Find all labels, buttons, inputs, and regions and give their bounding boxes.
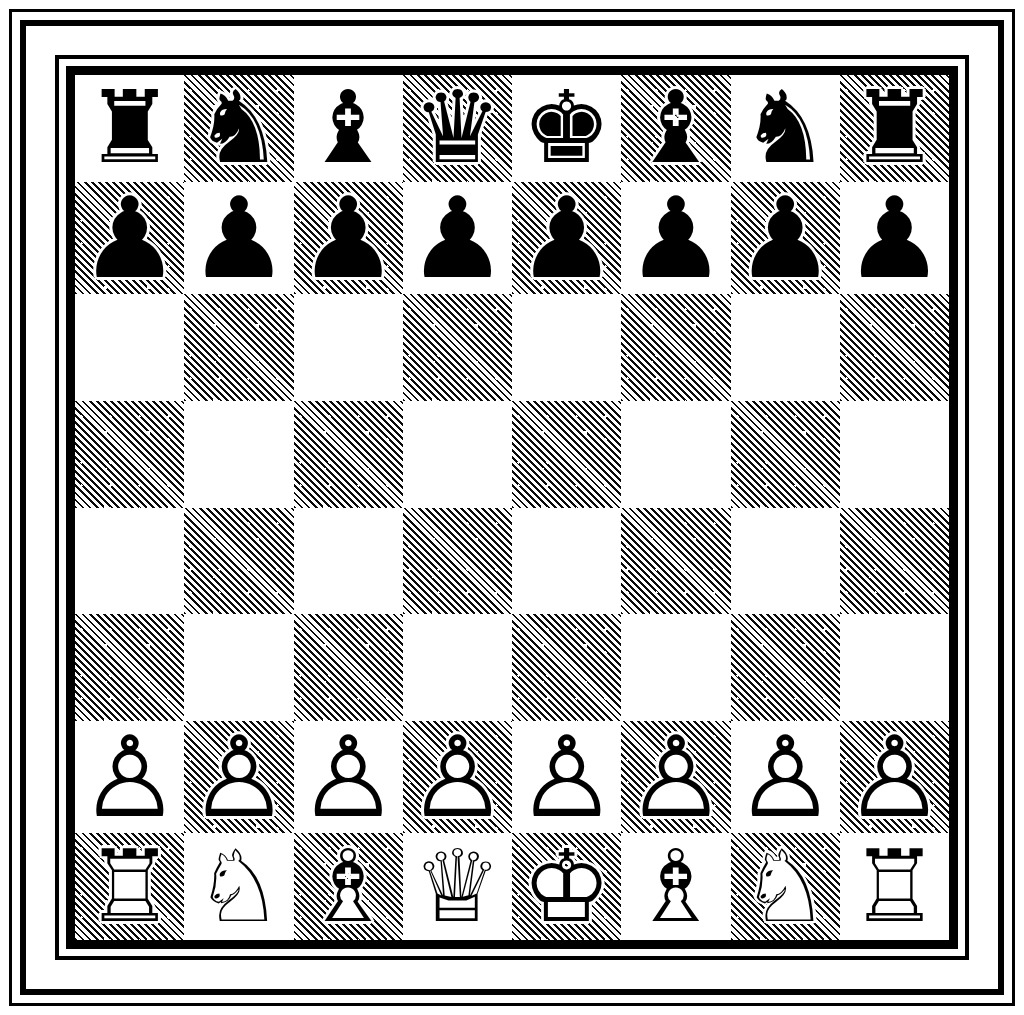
- square-h6[interactable]: [840, 294, 949, 401]
- piece-black-pawn: ♟: [75, 182, 184, 294]
- engraving-canvas: ♜♞♝♛♚♝♞♜♟♟♟♟♟♟♟♟♟♙♟♙♟♙♟♙♟♙♟♙♟♙♟♙♜♖♞♘♝♗♛♕…: [0, 0, 1024, 1015]
- piece-glyph: ♟: [626, 182, 726, 294]
- square-f4[interactable]: [621, 508, 730, 615]
- square-c4[interactable]: [294, 508, 403, 615]
- square-h7[interactable]: ♟: [840, 182, 949, 294]
- chess-board: ♜♞♝♛♚♝♞♜♟♟♟♟♟♟♟♟♟♙♟♙♟♙♟♙♟♙♟♙♟♙♟♙♜♖♞♘♝♗♛♕…: [75, 75, 949, 940]
- piece-white-pawn: ♟♙: [512, 721, 621, 833]
- piece-white-pawn: ♟♙: [75, 721, 184, 833]
- square-a4[interactable]: [75, 508, 184, 615]
- piece-white-queen: ♛♕: [403, 833, 512, 940]
- piece-white-pawn: ♟♙: [731, 721, 840, 833]
- piece-black-knight: ♞: [731, 75, 840, 182]
- square-b6[interactable]: [184, 294, 293, 401]
- piece-glyph: ♜: [85, 78, 175, 178]
- piece-glyph: ♕: [413, 837, 503, 937]
- square-c2[interactable]: ♟♙: [294, 721, 403, 833]
- square-a2[interactable]: ♟♙: [75, 721, 184, 833]
- square-e5[interactable]: [512, 401, 621, 508]
- square-a7[interactable]: ♟: [75, 182, 184, 294]
- square-f3[interactable]: [621, 614, 730, 721]
- piece-glyph: ♖: [85, 837, 175, 937]
- piece-white-rook: ♜♖: [840, 833, 949, 940]
- piece-black-pawn: ♟: [731, 182, 840, 294]
- piece-glyph: ♟: [407, 182, 507, 294]
- piece-glyph: ♚: [522, 78, 612, 178]
- piece-white-rook: ♜♖: [75, 833, 184, 940]
- piece-glyph: ♝: [631, 78, 721, 178]
- board-frame: ♜♞♝♛♚♝♞♜♟♟♟♟♟♟♟♟♟♙♟♙♟♙♟♙♟♙♟♙♟♙♟♙♜♖♞♘♝♗♛♕…: [66, 66, 958, 949]
- square-a8[interactable]: ♜: [75, 75, 184, 182]
- piece-glyph: ♘: [194, 837, 284, 937]
- piece-glyph: ♞: [194, 78, 284, 178]
- square-a1[interactable]: ♜♖: [75, 833, 184, 940]
- square-d7[interactable]: ♟: [403, 182, 512, 294]
- square-g6[interactable]: [731, 294, 840, 401]
- square-e6[interactable]: [512, 294, 621, 401]
- piece-glyph: ♜: [850, 78, 940, 178]
- piece-glyph: ♙: [298, 721, 398, 833]
- piece-glyph: ♙: [407, 721, 507, 833]
- piece-glyph: ♙: [79, 721, 179, 833]
- square-g4[interactable]: [731, 508, 840, 615]
- square-g2[interactable]: ♟♙: [731, 721, 840, 833]
- piece-black-queen: ♛: [403, 75, 512, 182]
- piece-glyph: ♟: [735, 182, 835, 294]
- piece-black-pawn: ♟: [403, 182, 512, 294]
- square-a5[interactable]: [75, 401, 184, 508]
- square-d6[interactable]: [403, 294, 512, 401]
- square-c3[interactable]: [294, 614, 403, 721]
- square-f5[interactable]: [621, 401, 730, 508]
- piece-black-knight: ♞: [184, 75, 293, 182]
- piece-glyph: ♟: [844, 182, 944, 294]
- square-f8[interactable]: ♝: [621, 75, 730, 182]
- piece-white-pawn: ♟♙: [840, 721, 949, 833]
- piece-black-rook: ♜: [840, 75, 949, 182]
- square-f2[interactable]: ♟♙: [621, 721, 730, 833]
- piece-black-pawn: ♟: [621, 182, 730, 294]
- square-d3[interactable]: [403, 614, 512, 721]
- piece-white-pawn: ♟♙: [184, 721, 293, 833]
- square-c6[interactable]: [294, 294, 403, 401]
- square-d8[interactable]: ♛: [403, 75, 512, 182]
- piece-black-pawn: ♟: [512, 182, 621, 294]
- piece-white-pawn: ♟♙: [403, 721, 512, 833]
- square-f6[interactable]: [621, 294, 730, 401]
- piece-glyph: ♙: [735, 721, 835, 833]
- piece-glyph: ♙: [516, 721, 616, 833]
- square-c8[interactable]: ♝: [294, 75, 403, 182]
- square-c7[interactable]: ♟: [294, 182, 403, 294]
- piece-glyph: ♙: [844, 721, 944, 833]
- square-b1[interactable]: ♞♘: [184, 833, 293, 940]
- square-a3[interactable]: [75, 614, 184, 721]
- square-d1[interactable]: ♛♕: [403, 833, 512, 940]
- piece-black-pawn: ♟: [840, 182, 949, 294]
- square-h3[interactable]: [840, 614, 949, 721]
- piece-glyph: ♙: [189, 721, 289, 833]
- square-c1[interactable]: ♝♗: [294, 833, 403, 940]
- piece-glyph: ♔: [522, 837, 612, 937]
- piece-glyph: ♖: [850, 837, 940, 937]
- piece-glyph: ♗: [303, 837, 393, 937]
- piece-black-pawn: ♟: [184, 182, 293, 294]
- square-e7[interactable]: ♟: [512, 182, 621, 294]
- square-a6[interactable]: [75, 294, 184, 401]
- piece-white-knight: ♞♘: [731, 833, 840, 940]
- square-e2[interactable]: ♟♙: [512, 721, 621, 833]
- square-b5[interactable]: [184, 401, 293, 508]
- square-h4[interactable]: [840, 508, 949, 615]
- piece-glyph: ♟: [189, 182, 289, 294]
- square-g7[interactable]: ♟: [731, 182, 840, 294]
- square-d5[interactable]: [403, 401, 512, 508]
- square-e4[interactable]: [512, 508, 621, 615]
- square-f7[interactable]: ♟: [621, 182, 730, 294]
- square-e3[interactable]: [512, 614, 621, 721]
- piece-black-king: ♚: [512, 75, 621, 182]
- piece-glyph: ♝: [303, 78, 393, 178]
- piece-glyph: ♟: [516, 182, 616, 294]
- piece-black-rook: ♜: [75, 75, 184, 182]
- square-h2[interactable]: ♟♙: [840, 721, 949, 833]
- square-c5[interactable]: [294, 401, 403, 508]
- square-g8[interactable]: ♞: [731, 75, 840, 182]
- square-g3[interactable]: [731, 614, 840, 721]
- square-h8[interactable]: ♜: [840, 75, 949, 182]
- piece-white-pawn: ♟♙: [621, 721, 730, 833]
- piece-white-king: ♚♔: [512, 833, 621, 940]
- piece-white-bishop: ♝♗: [294, 833, 403, 940]
- piece-glyph: ♛: [413, 78, 503, 178]
- square-b2[interactable]: ♟♙: [184, 721, 293, 833]
- piece-glyph: ♙: [626, 721, 726, 833]
- piece-black-bishop: ♝: [621, 75, 730, 182]
- square-b7[interactable]: ♟: [184, 182, 293, 294]
- square-d4[interactable]: [403, 508, 512, 615]
- square-b4[interactable]: [184, 508, 293, 615]
- piece-glyph: ♟: [298, 182, 398, 294]
- square-h5[interactable]: [840, 401, 949, 508]
- square-b3[interactable]: [184, 614, 293, 721]
- square-f1[interactable]: ♝♗: [621, 833, 730, 940]
- piece-white-knight: ♞♘: [184, 833, 293, 940]
- square-g5[interactable]: [731, 401, 840, 508]
- square-b8[interactable]: ♞: [184, 75, 293, 182]
- piece-glyph: ♘: [740, 837, 830, 937]
- piece-white-pawn: ♟♙: [294, 721, 403, 833]
- piece-glyph: ♗: [631, 837, 721, 937]
- piece-black-bishop: ♝: [294, 75, 403, 182]
- piece-white-bishop: ♝♗: [621, 833, 730, 940]
- piece-glyph: ♞: [740, 78, 830, 178]
- square-g1[interactable]: ♞♘: [731, 833, 840, 940]
- square-d2[interactable]: ♟♙: [403, 721, 512, 833]
- piece-black-pawn: ♟: [294, 182, 403, 294]
- square-e8[interactable]: ♚: [512, 75, 621, 182]
- square-h1[interactable]: ♜♖: [840, 833, 949, 940]
- piece-glyph: ♟: [79, 182, 179, 294]
- square-e1[interactable]: ♚♔: [512, 833, 621, 940]
